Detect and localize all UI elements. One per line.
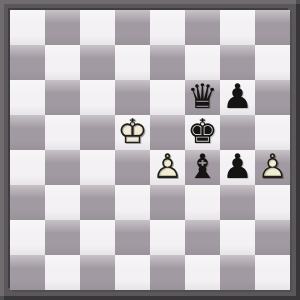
square-a4[interactable]	[10, 150, 45, 185]
square-c1[interactable]	[80, 255, 115, 290]
square-h1[interactable]	[255, 255, 290, 290]
square-f6[interactable]: ♛	[185, 80, 220, 115]
square-b3[interactable]	[45, 185, 80, 220]
square-f3[interactable]	[185, 185, 220, 220]
square-d2[interactable]	[115, 220, 150, 255]
square-e3[interactable]	[150, 185, 185, 220]
white-pawn[interactable]: ♙	[255, 148, 290, 183]
square-h7[interactable]	[255, 45, 290, 80]
square-c7[interactable]	[80, 45, 115, 80]
square-b7[interactable]	[45, 45, 80, 80]
chess-board: ♛♟♚♔♚♟♙♝♟♟♙	[10, 10, 290, 290]
square-f5[interactable]: ♚	[185, 115, 220, 150]
square-g8[interactable]	[220, 10, 255, 45]
square-h3[interactable]	[255, 185, 290, 220]
square-d1[interactable]	[115, 255, 150, 290]
square-e6[interactable]	[150, 80, 185, 115]
square-c5[interactable]	[80, 115, 115, 150]
square-h2[interactable]	[255, 220, 290, 255]
square-b5[interactable]	[45, 115, 80, 150]
square-a3[interactable]	[10, 185, 45, 220]
square-f7[interactable]	[185, 45, 220, 80]
square-b1[interactable]	[45, 255, 80, 290]
square-c3[interactable]	[80, 185, 115, 220]
square-g1[interactable]	[220, 255, 255, 290]
black-queen[interactable]: ♛	[185, 78, 220, 113]
square-h6[interactable]	[255, 80, 290, 115]
square-a8[interactable]	[10, 10, 45, 45]
square-f1[interactable]	[185, 255, 220, 290]
square-h4[interactable]: ♟♙	[255, 150, 290, 185]
square-e1[interactable]	[150, 255, 185, 290]
black-bishop[interactable]: ♝	[185, 148, 220, 183]
square-g7[interactable]	[220, 45, 255, 80]
black-pawn[interactable]: ♟	[220, 78, 255, 113]
square-c8[interactable]	[80, 10, 115, 45]
square-e8[interactable]	[150, 10, 185, 45]
square-e5[interactable]	[150, 115, 185, 150]
square-c4[interactable]	[80, 150, 115, 185]
square-g6[interactable]: ♟	[220, 80, 255, 115]
black-king[interactable]: ♚	[185, 113, 220, 148]
square-g5[interactable]	[220, 115, 255, 150]
square-d3[interactable]	[115, 185, 150, 220]
square-e7[interactable]	[150, 45, 185, 80]
square-d6[interactable]	[115, 80, 150, 115]
square-a6[interactable]	[10, 80, 45, 115]
square-c6[interactable]	[80, 80, 115, 115]
white-pawn[interactable]: ♙	[150, 148, 185, 183]
white-king[interactable]: ♔	[115, 113, 150, 148]
square-h8[interactable]	[255, 10, 290, 45]
square-e2[interactable]	[150, 220, 185, 255]
square-g3[interactable]	[220, 185, 255, 220]
square-b4[interactable]	[45, 150, 80, 185]
square-d7[interactable]	[115, 45, 150, 80]
square-g4[interactable]: ♟	[220, 150, 255, 185]
square-d4[interactable]	[115, 150, 150, 185]
square-a5[interactable]	[10, 115, 45, 150]
chess-board-frame: ♛♟♚♔♚♟♙♝♟♟♙	[0, 0, 300, 300]
square-h5[interactable]	[255, 115, 290, 150]
square-f4[interactable]: ♝	[185, 150, 220, 185]
square-b2[interactable]	[45, 220, 80, 255]
square-a2[interactable]	[10, 220, 45, 255]
square-a1[interactable]	[10, 255, 45, 290]
square-b6[interactable]	[45, 80, 80, 115]
black-pawn[interactable]: ♟	[220, 148, 255, 183]
square-d8[interactable]	[115, 10, 150, 45]
square-f2[interactable]	[185, 220, 220, 255]
square-b8[interactable]	[45, 10, 80, 45]
square-g2[interactable]	[220, 220, 255, 255]
square-e4[interactable]: ♟♙	[150, 150, 185, 185]
square-c2[interactable]	[80, 220, 115, 255]
square-a7[interactable]	[10, 45, 45, 80]
square-f8[interactable]	[185, 10, 220, 45]
square-d5[interactable]: ♚♔	[115, 115, 150, 150]
